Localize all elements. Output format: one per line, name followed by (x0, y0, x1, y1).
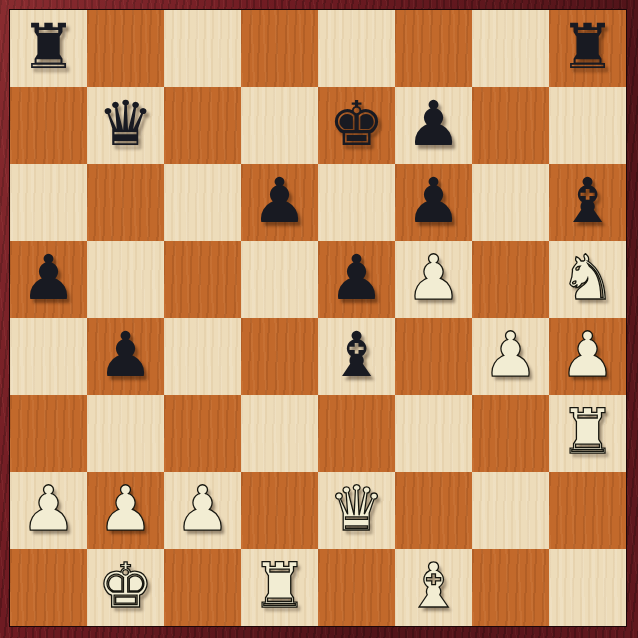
square-b5[interactable] (87, 241, 164, 318)
black-bishop-piece[interactable]: ♝ (560, 170, 616, 232)
square-c2[interactable]: ♟ (164, 472, 241, 549)
white-pawn-piece[interactable]: ♟ (483, 324, 539, 386)
square-c7[interactable] (164, 87, 241, 164)
white-pawn-piece[interactable]: ♟ (560, 324, 616, 386)
square-d6[interactable]: ♟ (241, 164, 318, 241)
square-f5[interactable]: ♟ (395, 241, 472, 318)
square-f6[interactable]: ♟ (395, 164, 472, 241)
square-b3[interactable] (87, 395, 164, 472)
square-b8[interactable] (87, 10, 164, 87)
square-c4[interactable] (164, 318, 241, 395)
black-pawn-piece[interactable]: ♟ (21, 247, 77, 309)
square-d2[interactable] (241, 472, 318, 549)
square-f7[interactable]: ♟ (395, 87, 472, 164)
square-e1[interactable] (318, 549, 395, 626)
square-a1[interactable] (10, 549, 87, 626)
square-c5[interactable] (164, 241, 241, 318)
square-d5[interactable] (241, 241, 318, 318)
square-g4[interactable]: ♟ (472, 318, 549, 395)
white-pawn-piece[interactable]: ♟ (175, 478, 231, 540)
square-b4[interactable]: ♟ (87, 318, 164, 395)
square-d7[interactable] (241, 87, 318, 164)
square-d8[interactable] (241, 10, 318, 87)
square-h7[interactable] (549, 87, 626, 164)
black-pawn-piece[interactable]: ♟ (329, 247, 385, 309)
square-g3[interactable] (472, 395, 549, 472)
square-c3[interactable] (164, 395, 241, 472)
square-a7[interactable] (10, 87, 87, 164)
square-g7[interactable] (472, 87, 549, 164)
white-rook-piece[interactable]: ♜ (560, 401, 616, 463)
square-e2[interactable]: ♛ (318, 472, 395, 549)
square-h3[interactable]: ♜ (549, 395, 626, 472)
black-pawn-piece[interactable]: ♟ (406, 93, 462, 155)
white-queen-piece[interactable]: ♛ (329, 478, 385, 540)
square-a3[interactable] (10, 395, 87, 472)
square-h2[interactable] (549, 472, 626, 549)
square-d3[interactable] (241, 395, 318, 472)
chess-board: ♜♜♛♚♟♟♟♝♟♟♟♞♟♝♟♟♜♟♟♟♛♚♜♝ (10, 10, 626, 626)
white-pawn-piece[interactable]: ♟ (406, 247, 462, 309)
square-a6[interactable] (10, 164, 87, 241)
square-f2[interactable] (395, 472, 472, 549)
square-b7[interactable]: ♛ (87, 87, 164, 164)
square-h1[interactable] (549, 549, 626, 626)
black-pawn-piece[interactable]: ♟ (252, 170, 308, 232)
square-g2[interactable] (472, 472, 549, 549)
square-b1[interactable]: ♚ (87, 549, 164, 626)
square-h4[interactable]: ♟ (549, 318, 626, 395)
black-pawn-piece[interactable]: ♟ (98, 324, 154, 386)
square-h5[interactable]: ♞ (549, 241, 626, 318)
square-g5[interactable] (472, 241, 549, 318)
square-g6[interactable] (472, 164, 549, 241)
board-frame: ♜♜♛♚♟♟♟♝♟♟♟♞♟♝♟♟♜♟♟♟♛♚♜♝ (0, 0, 638, 638)
square-a2[interactable]: ♟ (10, 472, 87, 549)
square-c1[interactable] (164, 549, 241, 626)
square-f8[interactable] (395, 10, 472, 87)
black-king-piece[interactable]: ♚ (329, 93, 385, 155)
white-pawn-piece[interactable]: ♟ (98, 478, 154, 540)
black-bishop-piece[interactable]: ♝ (329, 324, 385, 386)
square-e7[interactable]: ♚ (318, 87, 395, 164)
square-a4[interactable] (10, 318, 87, 395)
square-e5[interactable]: ♟ (318, 241, 395, 318)
square-c8[interactable] (164, 10, 241, 87)
square-d4[interactable] (241, 318, 318, 395)
white-pawn-piece[interactable]: ♟ (21, 478, 77, 540)
square-f4[interactable] (395, 318, 472, 395)
square-e8[interactable] (318, 10, 395, 87)
square-b6[interactable] (87, 164, 164, 241)
white-rook-piece[interactable]: ♜ (252, 555, 308, 617)
square-h6[interactable]: ♝ (549, 164, 626, 241)
white-knight-piece[interactable]: ♞ (560, 247, 616, 309)
square-a5[interactable]: ♟ (10, 241, 87, 318)
square-f1[interactable]: ♝ (395, 549, 472, 626)
square-h8[interactable]: ♜ (549, 10, 626, 87)
square-a8[interactable]: ♜ (10, 10, 87, 87)
square-e4[interactable]: ♝ (318, 318, 395, 395)
white-bishop-piece[interactable]: ♝ (406, 555, 462, 617)
square-e6[interactable] (318, 164, 395, 241)
square-g8[interactable] (472, 10, 549, 87)
black-rook-piece[interactable]: ♜ (560, 16, 616, 78)
black-pawn-piece[interactable]: ♟ (406, 170, 462, 232)
white-king-piece[interactable]: ♚ (98, 555, 154, 617)
black-queen-piece[interactable]: ♛ (98, 93, 154, 155)
square-f3[interactable] (395, 395, 472, 472)
square-g1[interactable] (472, 549, 549, 626)
black-rook-piece[interactable]: ♜ (21, 16, 77, 78)
square-c6[interactable] (164, 164, 241, 241)
square-e3[interactable] (318, 395, 395, 472)
square-d1[interactable]: ♜ (241, 549, 318, 626)
square-b2[interactable]: ♟ (87, 472, 164, 549)
